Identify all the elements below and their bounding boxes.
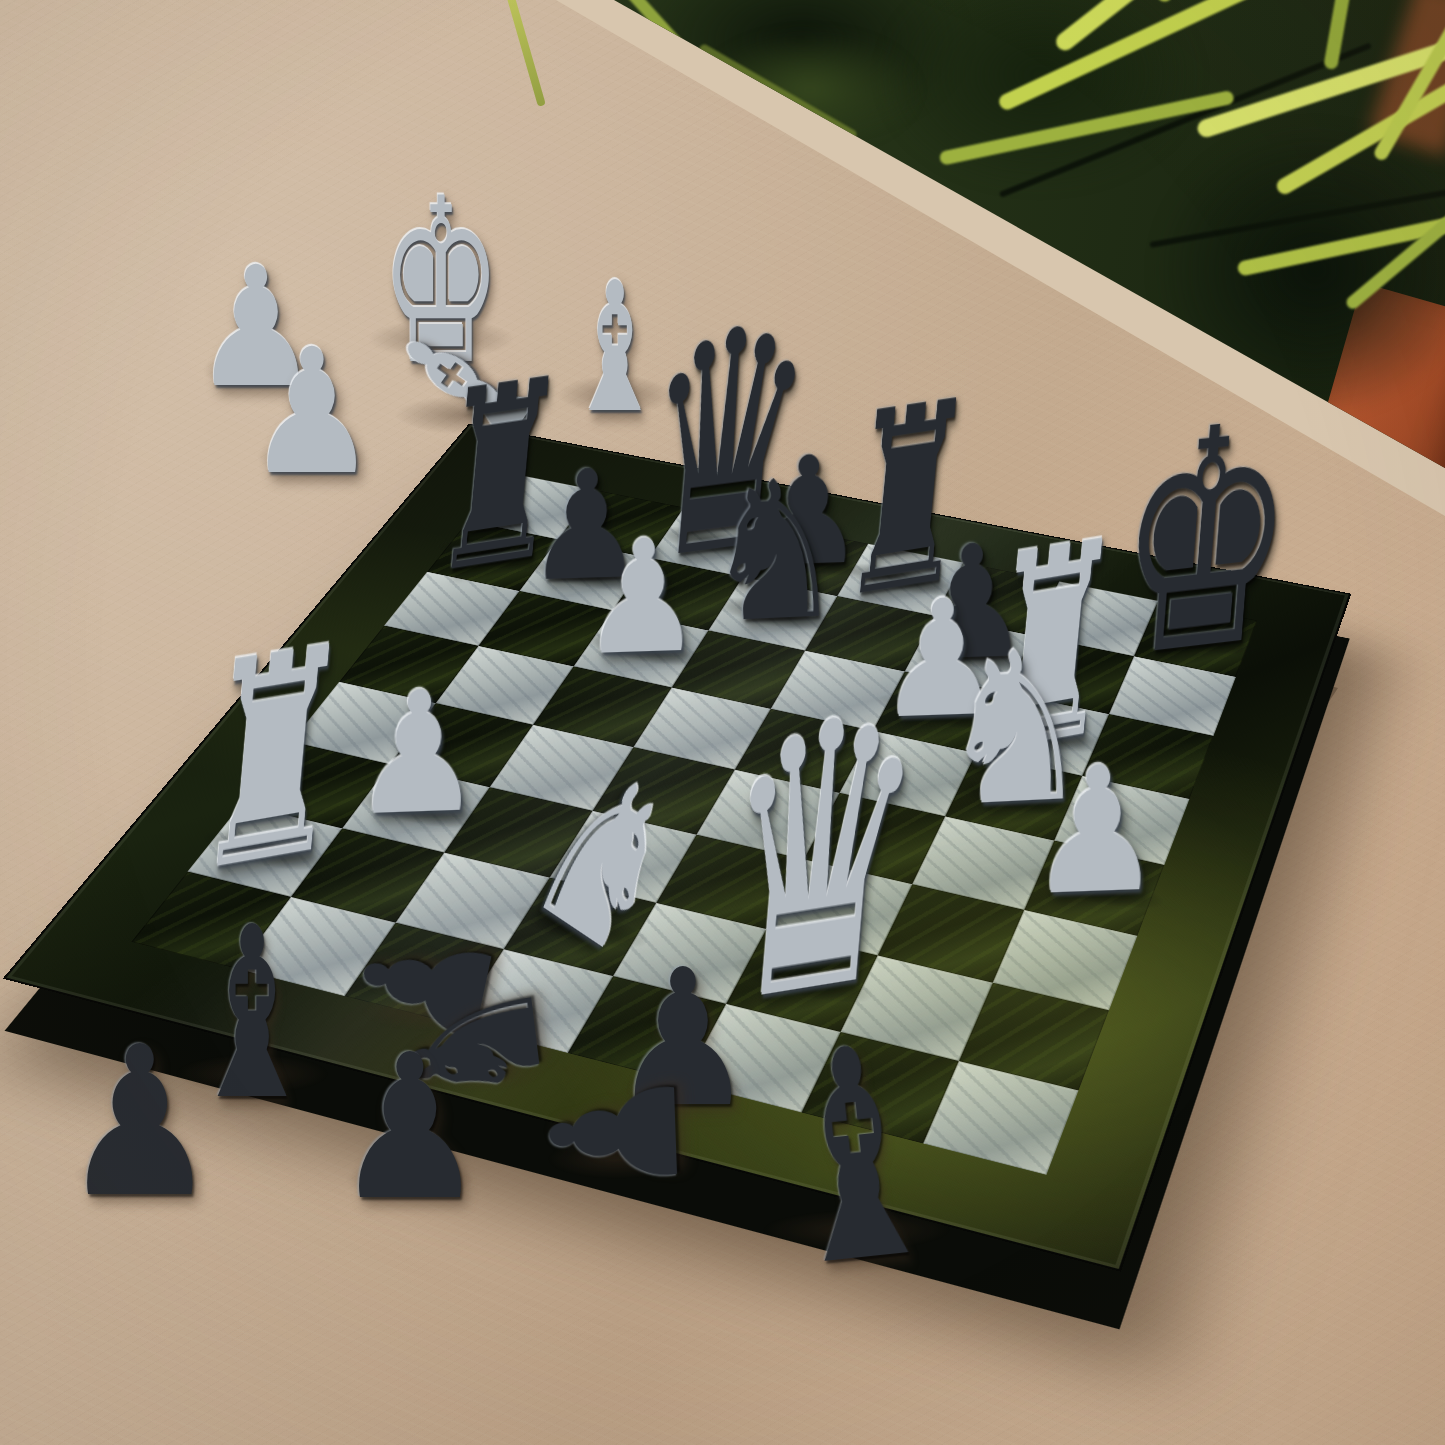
piece-contact-shadow: [361, 991, 493, 1031]
piece-contact-shadow: [406, 1052, 547, 1092]
piece-contact-shadow: [621, 1068, 744, 1108]
piece-contact-shadow: [762, 1210, 951, 1250]
photo-scene: ♛♟♜♚♜♟♞♟♟♟♜♞♟♟♜♞♛ ♟♟♚♝♝♟♝♟♞♟♟♟♝: [0, 0, 1445, 1445]
piece-contact-shadow: [345, 1159, 476, 1199]
piece-contact-shadow: [547, 1139, 685, 1179]
board-stage: ♛♟♜♚♜♟♞♟♟♟♜♞♟♟♜♞♛: [0, 0, 1445, 1445]
piece-contact-shadow: [73, 1155, 208, 1195]
piece-contact-shadow: [175, 1054, 330, 1094]
